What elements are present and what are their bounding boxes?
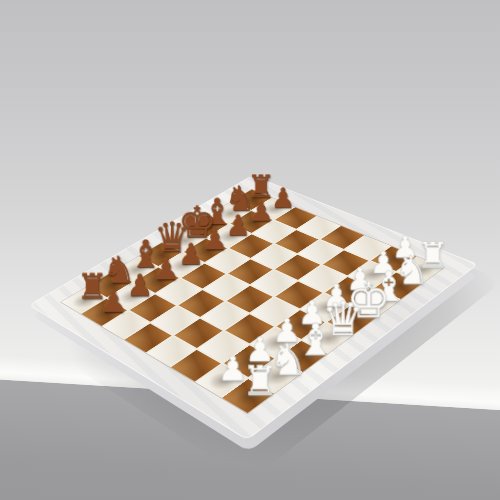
white-rook[interactable]: ♜ — [241, 361, 278, 402]
brown-pawn[interactable]: ♟ — [97, 286, 130, 317]
chess-board: ♜♞♝♛♚♝♞♜♟♟♟♟♟♟♟♟♟♟♟♟♟♟♟♟♜♞♝♛♚♝♞♜ — [29, 175, 479, 440]
chess-set-photo: ♜♞♝♛♚♝♞♜♟♟♟♟♟♟♟♟♟♟♟♟♟♟♟♟♜♞♝♛♚♝♞♜ — [0, 0, 500, 500]
perspective-stage: ♜♞♝♛♚♝♞♜♟♟♟♟♟♟♟♟♟♟♟♟♟♟♟♟♜♞♝♛♚♝♞♜ — [0, 0, 500, 500]
board-border: ♜♞♝♛♚♝♞♜♟♟♟♟♟♟♟♟♟♟♟♟♟♟♟♟♜♞♝♛♚♝♞♜ — [29, 175, 479, 440]
